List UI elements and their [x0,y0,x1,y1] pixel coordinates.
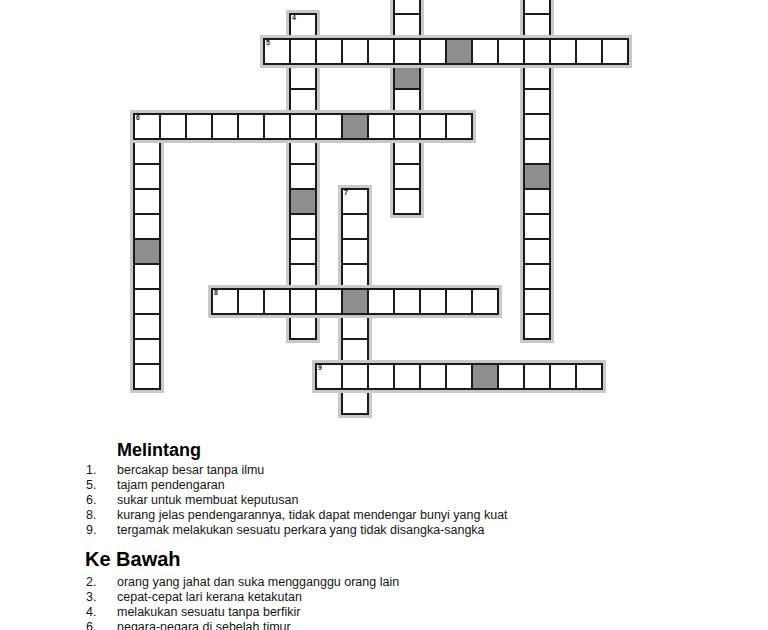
cell[interactable] [291,165,315,188]
cell[interactable] [421,40,445,63]
cell[interactable]: 7 [343,190,367,213]
clue-text: kurang jelas pendengarannya, tidak dapat… [117,508,508,523]
clue-text: bercakap besar tanpa ilmu [117,463,264,478]
clue-number: 3. [86,590,117,605]
cell[interactable] [135,340,159,363]
cell[interactable] [525,190,549,213]
clue-number: 1. [86,463,117,478]
clue-number: 9. [86,523,117,538]
clue-number: 2. [86,575,117,590]
clue-text: melakukan sesuatu tanpa berfikir [117,605,300,620]
cell[interactable] [187,115,211,138]
cell[interactable] [473,40,497,63]
cell[interactable] [291,140,315,163]
cell[interactable] [369,115,393,138]
down-clue-6: 6. negara-negara di sebelah timur [86,620,399,630]
across-heading: Melintang [117,440,201,461]
cell[interactable] [135,290,159,313]
cell[interactable] [447,365,471,388]
cell[interactable] [317,115,341,138]
across-clue-1: 1. bercakap besar tanpa ilmu [86,463,508,478]
grid-number-9: 9 [318,364,322,372]
cell[interactable] [343,340,367,363]
cell[interactable] [395,290,419,313]
shaded-cell [291,190,315,213]
cell[interactable] [291,115,315,138]
cell[interactable] [343,40,367,63]
cell[interactable]: 6 [135,115,159,138]
cell[interactable] [135,215,159,238]
word-6-down [133,113,161,390]
cell[interactable] [525,215,549,238]
cell[interactable] [395,140,419,163]
grid-number-8: 8 [214,289,218,297]
cell[interactable] [395,165,419,188]
cell[interactable] [525,240,549,263]
down-heading: Ke Bawah [85,548,181,571]
cell[interactable] [577,365,601,388]
word-2-down [393,0,421,215]
word-5-across: 5 [263,38,629,65]
cell[interactable] [343,390,367,413]
cell[interactable] [551,365,575,388]
shaded-cell [343,115,367,138]
cell[interactable]: 8 [213,290,237,313]
cell[interactable] [291,65,315,88]
cell[interactable] [525,140,549,163]
cell[interactable] [525,290,549,313]
cell[interactable] [525,65,549,88]
cell[interactable] [317,40,341,63]
cell[interactable] [499,40,523,63]
cell[interactable] [135,165,159,188]
cell[interactable] [525,15,549,38]
clue-number: 5. [86,478,117,493]
grid-number-4: 4 [292,14,296,22]
cell[interactable] [291,315,315,338]
cell[interactable] [369,290,393,313]
word-9-across: 9 [315,363,603,390]
down-clue-3: 3. cepat-cepat lari kerana ketakutan [86,590,399,605]
cell[interactable] [551,40,575,63]
cell[interactable] [395,365,419,388]
across-clue-6: 6. sukar untuk membuat keputusan [86,493,508,508]
clue-text: tajam pendengaran [117,478,225,493]
cell[interactable] [239,290,263,313]
down-clue-2: 2. orang yang jahat dan suka mengganggu … [86,575,399,590]
cell[interactable] [291,240,315,263]
cell[interactable] [265,115,289,138]
cell[interactable] [317,290,341,313]
shaded-cell [447,40,471,63]
cell[interactable] [525,265,549,288]
cell[interactable] [343,215,367,238]
cell[interactable] [447,115,471,138]
shaded-cell [395,65,419,88]
shaded-cell [343,290,367,313]
cell[interactable] [395,0,419,13]
clue-text: negara-negara di sebelah timur [117,620,291,630]
clue-number: 6. [86,493,117,508]
cell[interactable] [525,0,549,13]
cell[interactable]: 4 [291,15,315,38]
across-clue-list: 1. bercakap besar tanpa ilmu 5. tajam pe… [86,463,508,538]
cell[interactable] [265,290,289,313]
cell[interactable] [395,15,419,38]
clue-number: 4. [86,605,117,620]
cell[interactable] [161,115,185,138]
cell[interactable] [395,115,419,138]
cell[interactable] [239,115,263,138]
cell[interactable] [343,240,367,263]
grid-number-5: 5 [266,39,270,47]
cell[interactable] [421,290,445,313]
cell[interactable] [577,40,601,63]
across-clue-5: 5. tajam pendengaran [86,478,508,493]
grid-number-6: 6 [136,114,140,122]
cell[interactable] [603,40,627,63]
cell[interactable] [421,115,445,138]
cell[interactable] [291,290,315,313]
cell[interactable] [525,315,549,338]
cell[interactable] [343,365,367,388]
cell[interactable] [291,90,315,113]
clue-text: orang yang jahat dan suka mengganggu ora… [117,575,399,590]
cell[interactable] [135,140,159,163]
cell[interactable] [291,215,315,238]
cell[interactable]: 5 [265,40,289,63]
clue-number: 8. [86,508,117,523]
clue-text: tergamak melakukan sesuatu perkara yang … [117,523,485,538]
shaded-cell [525,165,549,188]
down-clue-list: 2. orang yang jahat dan suka mengganggu … [86,575,399,630]
cell[interactable] [135,315,159,338]
cell[interactable]: 9 [317,365,341,388]
cell[interactable] [473,290,497,313]
cell[interactable] [291,40,315,63]
down-clue-4: 4. melakukan sesuatu tanpa berfikir [86,605,399,620]
shaded-cell [473,365,497,388]
across-clue-9: 9. tergamak melakukan sesuatu perkara ya… [86,523,508,538]
cell[interactable] [421,365,445,388]
word-6-across: 6 [133,113,473,140]
cell[interactable] [343,315,367,338]
cell[interactable] [343,265,367,288]
cell[interactable] [369,40,393,63]
grid-number-7: 7 [344,189,348,197]
cell[interactable] [291,265,315,288]
cell[interactable] [135,365,159,388]
across-clue-8: 8. kurang jelas pendengarannya, tidak da… [86,508,508,523]
cell[interactable] [525,365,549,388]
word-8-across: 8 [211,288,499,315]
cell[interactable] [525,115,549,138]
cell[interactable] [499,365,523,388]
cell[interactable] [369,365,393,388]
cell[interactable] [135,190,159,213]
clue-text: sukar untuk membuat keputusan [117,493,298,508]
cell[interactable] [525,90,549,113]
cell[interactable] [395,190,419,213]
cell[interactable] [525,40,549,63]
clue-text: cepat-cepat lari kerana ketakutan [117,590,302,605]
cell[interactable] [447,290,471,313]
shaded-cell [135,240,159,263]
cell[interactable] [395,40,419,63]
cell[interactable] [213,115,237,138]
cell[interactable] [395,90,419,113]
cell[interactable] [135,265,159,288]
clue-number: 6. [86,620,117,630]
